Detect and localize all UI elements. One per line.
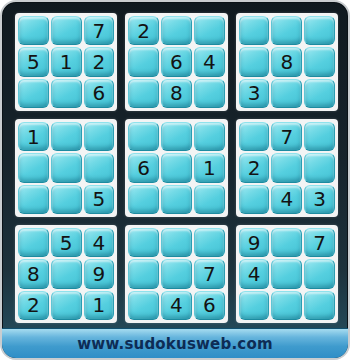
cell-r6c2[interactable]	[51, 185, 82, 214]
cell-r4c6[interactable]	[194, 122, 225, 151]
cell-r6c1[interactable]	[18, 185, 49, 214]
cell-r8c7[interactable]: 4	[239, 259, 270, 288]
cell-r6c4[interactable]	[128, 185, 159, 214]
cell-r5c6[interactable]: 1	[194, 153, 225, 182]
cell-r2c7[interactable]	[239, 47, 270, 76]
box-3-3: 974	[236, 225, 338, 323]
cell-r4c4[interactable]	[128, 122, 159, 151]
cell-r1c3[interactable]: 7	[84, 16, 115, 45]
cell-r9c3[interactable]: 1	[84, 291, 115, 320]
cell-r2c9[interactable]	[304, 47, 335, 76]
cell-r4c7[interactable]	[239, 122, 270, 151]
box-2-2: 61	[125, 119, 227, 217]
cell-r7c8[interactable]	[271, 228, 302, 257]
cell-r2c8[interactable]: 8	[271, 47, 302, 76]
box-1-2: 2648	[125, 13, 227, 111]
cell-r8c2[interactable]	[51, 259, 82, 288]
cell-r7c9[interactable]: 7	[304, 228, 335, 257]
cell-r5c3[interactable]	[84, 153, 115, 182]
sudoku-board: 7512626488315617243548921746974 www.sudo…	[0, 0, 350, 360]
cell-r6c7[interactable]	[239, 185, 270, 214]
cell-r1c5[interactable]	[161, 16, 192, 45]
box-2-3: 7243	[236, 119, 338, 217]
cell-r8c8[interactable]	[271, 259, 302, 288]
cell-r3c6[interactable]	[194, 79, 225, 108]
cell-r3c8[interactable]	[271, 79, 302, 108]
sudoku-page: 7512626488315617243548921746974 www.sudo…	[0, 0, 350, 360]
box-3-1: 548921	[15, 225, 117, 323]
box-1-1: 75126	[15, 13, 117, 111]
cell-r2c1[interactable]: 5	[18, 47, 49, 76]
cell-r7c4[interactable]	[128, 228, 159, 257]
cell-r1c6[interactable]	[194, 16, 225, 45]
cell-r1c2[interactable]	[51, 16, 82, 45]
cell-r7c5[interactable]	[161, 228, 192, 257]
cell-r5c5[interactable]	[161, 153, 192, 182]
cell-r6c5[interactable]	[161, 185, 192, 214]
cell-r5c8[interactable]	[271, 153, 302, 182]
cell-r6c6[interactable]	[194, 185, 225, 214]
footer-band: www.sudokusweb.com	[2, 328, 348, 358]
cell-r5c9[interactable]	[304, 153, 335, 182]
box-3-2: 746	[125, 225, 227, 323]
sudoku-grid: 7512626488315617243548921746974	[2, 2, 348, 328]
cell-r8c4[interactable]	[128, 259, 159, 288]
cell-r1c9[interactable]	[304, 16, 335, 45]
cell-r1c8[interactable]	[271, 16, 302, 45]
cell-r4c1[interactable]: 1	[18, 122, 49, 151]
cell-r6c3[interactable]: 5	[84, 185, 115, 214]
box-1-3: 83	[236, 13, 338, 111]
cell-r2c3[interactable]: 2	[84, 47, 115, 76]
cell-r7c1[interactable]	[18, 228, 49, 257]
cell-r1c4[interactable]: 2	[128, 16, 159, 45]
cell-r8c5[interactable]	[161, 259, 192, 288]
cell-r2c2[interactable]: 1	[51, 47, 82, 76]
cell-r5c7[interactable]: 2	[239, 153, 270, 182]
site-link[interactable]: www.sudokusweb.com	[77, 335, 272, 353]
cell-r3c4[interactable]	[128, 79, 159, 108]
cell-r4c3[interactable]	[84, 122, 115, 151]
cell-r2c4[interactable]	[128, 47, 159, 76]
cell-r9c4[interactable]	[128, 291, 159, 320]
cell-r8c9[interactable]	[304, 259, 335, 288]
cell-r7c2[interactable]: 5	[51, 228, 82, 257]
cell-r4c9[interactable]	[304, 122, 335, 151]
cell-r4c2[interactable]	[51, 122, 82, 151]
box-2-1: 15	[15, 119, 117, 217]
cell-r4c8[interactable]: 7	[271, 122, 302, 151]
cell-r1c1[interactable]	[18, 16, 49, 45]
cell-r6c9[interactable]: 3	[304, 185, 335, 214]
cell-r9c7[interactable]	[239, 291, 270, 320]
cell-r6c8[interactable]: 4	[271, 185, 302, 214]
cell-r8c3[interactable]: 9	[84, 259, 115, 288]
cell-r5c1[interactable]	[18, 153, 49, 182]
cell-r9c6[interactable]: 6	[194, 291, 225, 320]
cell-r3c3[interactable]: 6	[84, 79, 115, 108]
cell-r3c5[interactable]: 8	[161, 79, 192, 108]
cell-r5c4[interactable]: 6	[128, 153, 159, 182]
cell-r2c5[interactable]: 6	[161, 47, 192, 76]
cell-r3c2[interactable]	[51, 79, 82, 108]
cell-r7c3[interactable]: 4	[84, 228, 115, 257]
cell-r9c9[interactable]	[304, 291, 335, 320]
cell-r9c1[interactable]: 2	[18, 291, 49, 320]
cell-r3c1[interactable]	[18, 79, 49, 108]
cell-r8c6[interactable]: 7	[194, 259, 225, 288]
cell-r9c8[interactable]	[271, 291, 302, 320]
cell-r7c6[interactable]	[194, 228, 225, 257]
cell-r4c5[interactable]	[161, 122, 192, 151]
cell-r7c7[interactable]: 9	[239, 228, 270, 257]
cell-r9c2[interactable]	[51, 291, 82, 320]
cell-r2c6[interactable]: 4	[194, 47, 225, 76]
cell-r1c7[interactable]	[239, 16, 270, 45]
cell-r3c9[interactable]	[304, 79, 335, 108]
cell-r9c5[interactable]: 4	[161, 291, 192, 320]
cell-r8c1[interactable]: 8	[18, 259, 49, 288]
cell-r5c2[interactable]	[51, 153, 82, 182]
cell-r3c7[interactable]: 3	[239, 79, 270, 108]
